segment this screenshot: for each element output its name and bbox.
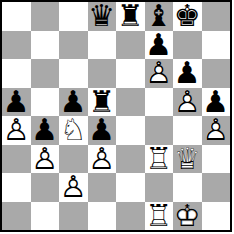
square-c8[interactable] xyxy=(59,2,88,31)
white-pawn-icon: ♙ xyxy=(2,116,31,145)
piece-white-pawn-d3[interactable]: ♟♙ xyxy=(88,145,117,174)
white-pawn-icon: ♙ xyxy=(145,59,174,88)
white-pawn-icon: ♙ xyxy=(202,116,231,145)
square-e1[interactable] xyxy=(116,202,145,231)
square-c2[interactable]: ♟♙ xyxy=(59,173,88,202)
square-e2[interactable] xyxy=(116,173,145,202)
white-king-icon: ♔ xyxy=(173,202,202,231)
square-e5[interactable] xyxy=(116,88,145,117)
piece-white-rook-f3[interactable]: ♜♖ xyxy=(145,145,174,174)
square-a2[interactable] xyxy=(2,173,31,202)
piece-black-rook-e8[interactable]: ♜ xyxy=(116,2,145,31)
square-c4[interactable]: ♞♘ xyxy=(59,116,88,145)
square-a4[interactable]: ♟♙ xyxy=(2,116,31,145)
square-h3[interactable] xyxy=(202,145,231,174)
white-pawn-icon: ♙ xyxy=(173,88,202,117)
white-queen-icon: ♕ xyxy=(173,145,202,174)
square-d3[interactable]: ♟♙ xyxy=(88,145,117,174)
black-queen-icon: ♛ xyxy=(88,2,117,31)
square-g5[interactable]: ♟♙ xyxy=(173,88,202,117)
square-f1[interactable]: ♜♖ xyxy=(145,202,174,231)
square-b1[interactable] xyxy=(31,202,60,231)
piece-white-knight-c4[interactable]: ♞♘ xyxy=(59,116,88,145)
piece-white-pawn-a4[interactable]: ♟♙ xyxy=(2,116,31,145)
piece-white-queen-g3[interactable]: ♛♕ xyxy=(173,145,202,174)
square-b7[interactable] xyxy=(31,31,60,60)
piece-white-pawn-g5[interactable]: ♟♙ xyxy=(173,88,202,117)
square-h8[interactable] xyxy=(202,2,231,31)
square-f6[interactable]: ♟♙ xyxy=(145,59,174,88)
piece-white-pawn-f6[interactable]: ♟♙ xyxy=(145,59,174,88)
square-g1[interactable]: ♚♔ xyxy=(173,202,202,231)
square-h4[interactable]: ♟♙ xyxy=(202,116,231,145)
square-a8[interactable] xyxy=(2,2,31,31)
square-e7[interactable] xyxy=(116,31,145,60)
chessboard: ♛♜♝♚♟♟♙♟♟♟♜♟♙♟♟♙♟♞♘♟♟♙♟♙♟♙♜♖♛♕♟♙♜♖♚♔ xyxy=(0,0,232,232)
black-rook-icon: ♜ xyxy=(116,2,145,31)
square-g8[interactable]: ♚ xyxy=(173,2,202,31)
piece-white-king-g1[interactable]: ♚♔ xyxy=(173,202,202,231)
square-a7[interactable] xyxy=(2,31,31,60)
piece-white-pawn-c2[interactable]: ♟♙ xyxy=(59,173,88,202)
white-rook-icon: ♖ xyxy=(145,202,174,231)
square-d7[interactable] xyxy=(88,31,117,60)
piece-white-rook-f1[interactable]: ♜♖ xyxy=(145,202,174,231)
square-c7[interactable] xyxy=(59,31,88,60)
square-b6[interactable] xyxy=(31,59,60,88)
square-b8[interactable] xyxy=(31,2,60,31)
square-h1[interactable] xyxy=(202,202,231,231)
white-knight-icon: ♘ xyxy=(59,116,88,145)
piece-white-pawn-h4[interactable]: ♟♙ xyxy=(202,116,231,145)
piece-white-pawn-b3[interactable]: ♟♙ xyxy=(31,145,60,174)
white-pawn-icon: ♙ xyxy=(31,145,60,174)
square-e4[interactable] xyxy=(116,116,145,145)
white-pawn-icon: ♙ xyxy=(59,173,88,202)
white-pawn-icon: ♙ xyxy=(88,145,117,174)
square-g3[interactable]: ♛♕ xyxy=(173,145,202,174)
square-c1[interactable] xyxy=(59,202,88,231)
square-d8[interactable]: ♛ xyxy=(88,2,117,31)
square-a1[interactable] xyxy=(2,202,31,231)
square-d2[interactable] xyxy=(88,173,117,202)
square-d1[interactable] xyxy=(88,202,117,231)
square-h2[interactable] xyxy=(202,173,231,202)
square-b3[interactable]: ♟♙ xyxy=(31,145,60,174)
chessboard-container: ♛♜♝♚♟♟♙♟♟♟♜♟♙♟♟♙♟♞♘♟♟♙♟♙♟♙♜♖♛♕♟♙♜♖♚♔ xyxy=(0,0,234,234)
square-e3[interactable] xyxy=(116,145,145,174)
white-rook-icon: ♖ xyxy=(145,145,174,174)
piece-black-king-g8[interactable]: ♚ xyxy=(173,2,202,31)
square-h7[interactable] xyxy=(202,31,231,60)
square-f5[interactable] xyxy=(145,88,174,117)
black-king-icon: ♚ xyxy=(173,2,202,31)
square-e8[interactable]: ♜ xyxy=(116,2,145,31)
square-b2[interactable] xyxy=(31,173,60,202)
square-f3[interactable]: ♜♖ xyxy=(145,145,174,174)
piece-black-queen-d8[interactable]: ♛ xyxy=(88,2,117,31)
square-a3[interactable] xyxy=(2,145,31,174)
square-e6[interactable] xyxy=(116,59,145,88)
